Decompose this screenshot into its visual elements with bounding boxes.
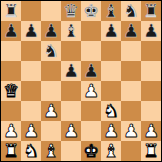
square-b1[interactable]: ♞ — [21, 141, 41, 161]
square-f7[interactable]: ♟ — [101, 21, 121, 41]
square-e3[interactable] — [81, 101, 101, 121]
square-a1[interactable]: ♜ — [1, 141, 21, 161]
square-b3[interactable] — [21, 101, 41, 121]
square-d2[interactable]: ♟ — [61, 121, 81, 141]
square-g7[interactable]: ♟ — [121, 21, 141, 41]
black-knight[interactable]: ♞ — [123, 1, 139, 21]
square-d8[interactable]: ♛ — [61, 1, 81, 21]
square-g3[interactable] — [121, 101, 141, 121]
square-a3[interactable] — [1, 101, 21, 121]
square-f1[interactable]: ♝ — [101, 141, 121, 161]
white-pawn[interactable]: ♟ — [3, 121, 19, 141]
square-e6[interactable] — [81, 41, 101, 61]
white-bishop[interactable]: ♝ — [43, 141, 59, 161]
square-g1[interactable] — [121, 141, 141, 161]
square-d4[interactable] — [61, 81, 81, 101]
black-pawn[interactable]: ♟ — [23, 21, 39, 41]
square-h2[interactable]: ♟ — [141, 121, 161, 141]
square-f6[interactable] — [101, 41, 121, 61]
black-pawn[interactable]: ♟ — [3, 21, 19, 41]
square-b4[interactable] — [21, 81, 41, 101]
square-e8[interactable]: ♚ — [81, 1, 101, 21]
black-king[interactable]: ♚ — [83, 1, 99, 21]
square-e1[interactable]: ♚ — [81, 141, 101, 161]
square-a4[interactable]: ♛ — [1, 81, 21, 101]
square-g4[interactable] — [121, 81, 141, 101]
black-pawn[interactable]: ♟ — [43, 21, 59, 41]
square-f4[interactable] — [101, 81, 121, 101]
square-d5[interactable]: ♟ — [61, 61, 81, 81]
white-rook[interactable]: ♜ — [143, 141, 159, 161]
white-queen[interactable]: ♛ — [3, 81, 19, 101]
square-d1[interactable] — [61, 141, 81, 161]
square-e5[interactable]: ♟ — [81, 61, 101, 81]
square-a2[interactable]: ♟ — [1, 121, 21, 141]
square-h1[interactable]: ♜ — [141, 141, 161, 161]
square-f5[interactable] — [101, 61, 121, 81]
square-d7[interactable]: ♝ — [61, 21, 81, 41]
white-bishop[interactable]: ♝ — [103, 141, 119, 161]
square-c2[interactable] — [41, 121, 61, 141]
square-c5[interactable] — [41, 61, 61, 81]
square-h5[interactable] — [141, 61, 161, 81]
square-f2[interactable]: ♟ — [101, 121, 121, 141]
square-e7[interactable] — [81, 21, 101, 41]
white-pawn[interactable]: ♟ — [123, 121, 139, 141]
square-b5[interactable] — [21, 61, 41, 81]
white-pawn[interactable]: ♟ — [143, 121, 159, 141]
square-g6[interactable] — [121, 41, 141, 61]
black-rook[interactable]: ♜ — [143, 1, 159, 21]
square-h6[interactable] — [141, 41, 161, 61]
square-a6[interactable] — [1, 41, 21, 61]
black-bishop[interactable]: ♝ — [63, 21, 79, 41]
square-c4[interactable] — [41, 81, 61, 101]
square-d6[interactable] — [61, 41, 81, 61]
white-pawn[interactable]: ♟ — [83, 81, 99, 101]
square-d3[interactable] — [61, 101, 81, 121]
square-h3[interactable] — [141, 101, 161, 121]
square-b2[interactable]: ♟ — [21, 121, 41, 141]
black-pawn[interactable]: ♟ — [143, 21, 159, 41]
square-e4[interactable]: ♟ — [81, 81, 101, 101]
square-c6[interactable]: ♞ — [41, 41, 61, 61]
black-pawn[interactable]: ♟ — [123, 21, 139, 41]
black-bishop[interactable]: ♝ — [103, 1, 119, 21]
square-h8[interactable]: ♜ — [141, 1, 161, 21]
square-c3[interactable]: ♟ — [41, 101, 61, 121]
square-g2[interactable]: ♟ — [121, 121, 141, 141]
black-queen[interactable]: ♛ — [63, 1, 79, 21]
square-a5[interactable] — [1, 61, 21, 81]
chess-board: ♜♛♚♝♞♜♟♟♟♝♟♟♟♞♟♟♛♟♟♞♟♟♟♟♟♟♜♞♝♚♝♜ — [0, 0, 162, 162]
white-pawn[interactable]: ♟ — [63, 121, 79, 141]
black-rook[interactable]: ♜ — [3, 1, 19, 21]
square-a7[interactable]: ♟ — [1, 21, 21, 41]
square-f3[interactable]: ♞ — [101, 101, 121, 121]
square-c1[interactable]: ♝ — [41, 141, 61, 161]
white-pawn[interactable]: ♟ — [103, 121, 119, 141]
square-c8[interactable] — [41, 1, 61, 21]
square-h4[interactable] — [141, 81, 161, 101]
white-knight[interactable]: ♞ — [23, 141, 39, 161]
white-pawn[interactable]: ♟ — [43, 101, 59, 121]
black-knight[interactable]: ♞ — [43, 41, 59, 61]
square-c7[interactable]: ♟ — [41, 21, 61, 41]
square-b6[interactable] — [21, 41, 41, 61]
white-pawn[interactable]: ♟ — [23, 121, 39, 141]
square-b7[interactable]: ♟ — [21, 21, 41, 41]
square-h7[interactable]: ♟ — [141, 21, 161, 41]
square-g8[interactable]: ♞ — [121, 1, 141, 21]
square-b8[interactable] — [21, 1, 41, 21]
square-a8[interactable]: ♜ — [1, 1, 21, 21]
square-f8[interactable]: ♝ — [101, 1, 121, 21]
white-rook[interactable]: ♜ — [3, 141, 19, 161]
black-pawn[interactable]: ♟ — [103, 21, 119, 41]
square-g5[interactable] — [121, 61, 141, 81]
square-e2[interactable] — [81, 121, 101, 141]
black-pawn[interactable]: ♟ — [63, 61, 79, 81]
black-pawn[interactable]: ♟ — [83, 61, 99, 81]
white-knight[interactable]: ♞ — [103, 101, 119, 121]
white-king[interactable]: ♚ — [83, 141, 99, 161]
